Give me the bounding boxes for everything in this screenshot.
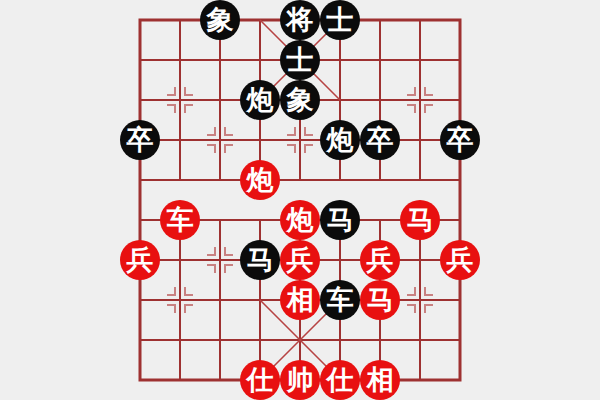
piece-red-elephant[interactable]: 相: [360, 360, 400, 400]
piece-red-horse[interactable]: 马: [360, 280, 400, 320]
piece-black-general[interactable]: 将: [280, 0, 320, 40]
piece-black-cannon[interactable]: 炮: [240, 80, 280, 120]
piece-black-elephant[interactable]: 象: [200, 0, 240, 40]
pieces-layer: 象将士士炮象卒炮卒卒炮车炮马马兵马兵兵兵相车马仕帅仕相: [0, 0, 600, 400]
piece-black-soldier[interactable]: 卒: [360, 120, 400, 160]
piece-black-advisor[interactable]: 士: [320, 0, 360, 40]
piece-red-soldier[interactable]: 兵: [440, 240, 480, 280]
piece-red-elephant[interactable]: 相: [280, 280, 320, 320]
piece-red-horse[interactable]: 马: [400, 200, 440, 240]
piece-red-general[interactable]: 帅: [280, 360, 320, 400]
piece-red-cannon[interactable]: 炮: [240, 160, 280, 200]
piece-black-horse[interactable]: 马: [320, 200, 360, 240]
piece-red-soldier[interactable]: 兵: [360, 240, 400, 280]
piece-black-advisor[interactable]: 士: [280, 40, 320, 80]
xiangqi-board[interactable]: 象将士士炮象卒炮卒卒炮车炮马马兵马兵兵兵相车马仕帅仕相: [0, 0, 600, 400]
piece-red-advisor[interactable]: 仕: [240, 360, 280, 400]
piece-red-advisor[interactable]: 仕: [320, 360, 360, 400]
piece-red-chariot[interactable]: 车: [160, 200, 200, 240]
piece-black-horse[interactable]: 马: [240, 240, 280, 280]
piece-black-elephant[interactable]: 象: [280, 80, 320, 120]
piece-red-soldier[interactable]: 兵: [120, 240, 160, 280]
piece-black-soldier[interactable]: 卒: [440, 120, 480, 160]
piece-red-soldier[interactable]: 兵: [280, 240, 320, 280]
piece-black-chariot[interactable]: 车: [320, 280, 360, 320]
piece-black-soldier[interactable]: 卒: [120, 120, 160, 160]
piece-red-cannon[interactable]: 炮: [280, 200, 320, 240]
piece-black-cannon[interactable]: 炮: [320, 120, 360, 160]
